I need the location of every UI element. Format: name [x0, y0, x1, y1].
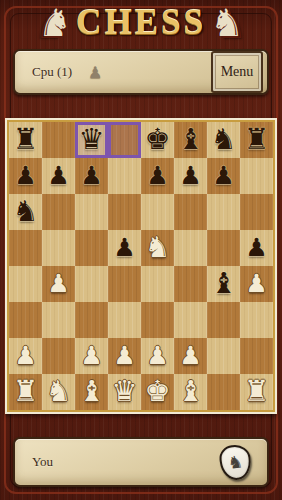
chess-board[interactable]: ♜♛♚♝♞♜♟♟♟♟♟♟♞♟♞♟♟♝♟♟♟♟♟♟♜♞♝♛♚♝♜	[9, 122, 273, 410]
square-d6[interactable]	[108, 194, 141, 230]
chess-app-screen: ♞ CHESS ♞ Cpu (1) ♟ Menu ♜♛♚♝♞♜♟♟♟♟♟♟♞♟♞…	[0, 0, 282, 500]
square-g8[interactable]: ♞	[207, 122, 240, 158]
square-a4[interactable]	[9, 266, 42, 302]
square-h1[interactable]: ♜	[240, 374, 273, 410]
piece-white-pawn[interactable]: ♟	[113, 343, 135, 370]
square-c3[interactable]	[75, 302, 108, 338]
square-a7[interactable]: ♟	[9, 158, 42, 194]
piece-white-pawn[interactable]: ♟	[179, 343, 201, 370]
square-h5[interactable]: ♟	[240, 230, 273, 266]
square-c2[interactable]: ♟	[75, 338, 108, 374]
square-h2[interactable]	[240, 338, 273, 374]
square-f5[interactable]	[174, 230, 207, 266]
piece-black-pawn[interactable]: ♟	[47, 163, 69, 190]
piece-white-pawn[interactable]: ♟	[146, 343, 168, 370]
piece-black-bishop[interactable]: ♝	[211, 269, 237, 300]
piece-black-pawn[interactable]: ♟	[179, 163, 201, 190]
square-b5[interactable]	[42, 230, 75, 266]
square-c6[interactable]	[75, 194, 108, 230]
piece-black-king[interactable]: ♚	[145, 125, 171, 156]
square-d1[interactable]: ♛	[108, 374, 141, 410]
piece-black-pawn[interactable]: ♟	[80, 163, 102, 190]
player-name: You	[32, 454, 53, 470]
square-f7[interactable]: ♟	[174, 158, 207, 194]
square-f4[interactable]	[174, 266, 207, 302]
piece-black-queen[interactable]: ♛	[79, 125, 105, 156]
square-h7[interactable]	[240, 158, 273, 194]
square-h3[interactable]	[240, 302, 273, 338]
square-c4[interactable]	[75, 266, 108, 302]
square-c5[interactable]	[75, 230, 108, 266]
piece-white-rook[interactable]: ♜	[244, 377, 270, 408]
square-a2[interactable]: ♟	[9, 338, 42, 374]
piece-white-pawn[interactable]: ♟	[47, 271, 69, 298]
square-g3[interactable]	[207, 302, 240, 338]
square-d7[interactable]	[108, 158, 141, 194]
square-b4[interactable]: ♟	[42, 266, 75, 302]
piece-white-pawn[interactable]: ♟	[14, 343, 36, 370]
square-g2[interactable]	[207, 338, 240, 374]
piece-white-pawn[interactable]: ♟	[80, 343, 102, 370]
app-title: CHESS	[76, 3, 206, 43]
piece-black-knight[interactable]: ♞	[13, 197, 39, 228]
square-e4[interactable]	[141, 266, 174, 302]
piece-white-queen[interactable]: ♛	[112, 377, 138, 408]
header: ♞ CHESS ♞	[0, 0, 282, 46]
piece-black-pawn[interactable]: ♟	[212, 163, 234, 190]
piece-black-knight[interactable]: ♞	[211, 125, 237, 156]
square-d4[interactable]	[108, 266, 141, 302]
knight-badge-icon[interactable]: ♞	[218, 443, 253, 482]
square-g7[interactable]: ♟	[207, 158, 240, 194]
square-f1[interactable]: ♝	[174, 374, 207, 410]
square-c1[interactable]: ♝	[75, 374, 108, 410]
square-a1[interactable]: ♜	[9, 374, 42, 410]
knight-icon: ♞	[210, 4, 244, 42]
square-g5[interactable]	[207, 230, 240, 266]
piece-black-pawn[interactable]: ♟	[113, 235, 135, 262]
opponent-bar: Cpu (1) ♟ Menu	[13, 49, 269, 95]
square-d5[interactable]: ♟	[108, 230, 141, 266]
square-g6[interactable]	[207, 194, 240, 230]
board-gold-border: ♜♛♚♝♞♜♟♟♟♟♟♟♞♟♞♟♟♝♟♟♟♟♟♟♜♞♝♛♚♝♜	[7, 120, 275, 412]
square-a8[interactable]: ♜	[9, 122, 42, 158]
square-e6[interactable]	[141, 194, 174, 230]
player-bar: You ♞	[13, 437, 269, 487]
menu-button[interactable]: Menu	[211, 51, 263, 93]
square-h8[interactable]: ♜	[240, 122, 273, 158]
piece-black-rook[interactable]: ♜	[13, 125, 39, 156]
square-g1[interactable]	[207, 374, 240, 410]
opponent-name: Cpu (1)	[32, 64, 72, 80]
square-b7[interactable]: ♟	[42, 158, 75, 194]
piece-black-rook[interactable]: ♜	[244, 125, 270, 156]
square-d2[interactable]: ♟	[108, 338, 141, 374]
square-h4[interactable]: ♟	[240, 266, 273, 302]
piece-black-bishop[interactable]: ♝	[178, 125, 204, 156]
menu-button-label: Menu	[221, 64, 254, 80]
square-b3[interactable]	[42, 302, 75, 338]
square-g4[interactable]: ♝	[207, 266, 240, 302]
square-a6[interactable]: ♞	[9, 194, 42, 230]
square-e2[interactable]: ♟	[141, 338, 174, 374]
square-c7[interactable]: ♟	[75, 158, 108, 194]
piece-white-rook[interactable]: ♜	[13, 377, 39, 408]
square-b2[interactable]	[42, 338, 75, 374]
square-e8[interactable]: ♚	[141, 122, 174, 158]
pawn-icon: ♟	[88, 63, 102, 82]
piece-white-pawn[interactable]: ♟	[245, 271, 267, 298]
knight-icon: ♞	[38, 4, 72, 42]
piece-white-knight[interactable]: ♞	[145, 233, 171, 264]
square-f8[interactable]: ♝	[174, 122, 207, 158]
piece-white-bishop[interactable]: ♝	[178, 377, 204, 408]
square-e3[interactable]	[141, 302, 174, 338]
square-a5[interactable]	[9, 230, 42, 266]
piece-black-pawn[interactable]: ♟	[14, 163, 36, 190]
board-frame: ♜♛♚♝♞♜♟♟♟♟♟♟♞♟♞♟♟♝♟♟♟♟♟♟♜♞♝♛♚♝♜	[5, 118, 277, 414]
piece-black-pawn[interactable]: ♟	[245, 235, 267, 262]
square-f2[interactable]: ♟	[174, 338, 207, 374]
square-e7[interactable]: ♟	[141, 158, 174, 194]
square-d3[interactable]	[108, 302, 141, 338]
piece-black-pawn[interactable]: ♟	[146, 163, 168, 190]
piece-white-king[interactable]: ♚	[145, 377, 171, 408]
square-b1[interactable]: ♞	[42, 374, 75, 410]
square-f6[interactable]	[174, 194, 207, 230]
square-f3[interactable]	[174, 302, 207, 338]
square-a3[interactable]	[9, 302, 42, 338]
badge-knight-glyph: ♞	[227, 453, 244, 472]
square-e1[interactable]: ♚	[141, 374, 174, 410]
square-c8[interactable]: ♛	[75, 122, 108, 158]
square-d8[interactable]	[108, 122, 141, 158]
piece-white-knight[interactable]: ♞	[46, 377, 72, 408]
square-e5[interactable]: ♞	[141, 230, 174, 266]
square-b8[interactable]	[42, 122, 75, 158]
piece-white-bishop[interactable]: ♝	[79, 377, 105, 408]
square-h6[interactable]	[240, 194, 273, 230]
square-b6[interactable]	[42, 194, 75, 230]
